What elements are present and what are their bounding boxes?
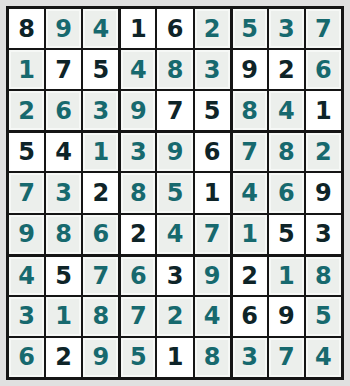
cell-r3c7[interactable]: 8	[232, 91, 267, 130]
cell-r6c9[interactable]: 3	[306, 215, 341, 254]
cell-r1c3[interactable]: 4	[83, 9, 118, 48]
cell-r5c3[interactable]: 2	[83, 173, 118, 212]
cell-r2c7[interactable]: 9	[232, 50, 267, 89]
cell-r9c6[interactable]: 8	[195, 338, 230, 377]
cell-r7c4[interactable]: 6	[120, 256, 155, 295]
cell-r5c9[interactable]: 9	[306, 173, 341, 212]
cell-r5c6[interactable]: 1	[195, 173, 230, 212]
cell-r8c2[interactable]: 1	[46, 297, 81, 336]
cell-r2c9[interactable]: 6	[306, 50, 341, 89]
cell-r6c4[interactable]: 2	[120, 215, 155, 254]
cell-r2c2[interactable]: 7	[46, 50, 81, 89]
cell-r2c8[interactable]: 2	[269, 50, 304, 89]
cell-r8c1[interactable]: 3	[9, 297, 44, 336]
cell-r4c2[interactable]: 4	[46, 132, 81, 171]
cell-r9c7[interactable]: 3	[232, 338, 267, 377]
cell-r4c9[interactable]: 2	[306, 132, 341, 171]
cell-r6c3[interactable]: 6	[83, 215, 118, 254]
cell-r9c9[interactable]: 4	[306, 338, 341, 377]
cell-r5c7[interactable]: 4	[232, 173, 267, 212]
cell-r3c3[interactable]: 3	[83, 91, 118, 130]
cell-r6c7[interactable]: 1	[232, 215, 267, 254]
cell-r3c2[interactable]: 6	[46, 91, 81, 130]
cell-r1c9[interactable]: 7	[306, 9, 341, 48]
cell-r8c6[interactable]: 4	[195, 297, 230, 336]
cell-r7c9[interactable]: 8	[306, 256, 341, 295]
cell-r5c4[interactable]: 8	[120, 173, 155, 212]
cell-r3c4[interactable]: 9	[120, 91, 155, 130]
cell-r4c7[interactable]: 7	[232, 132, 267, 171]
cell-r5c5[interactable]: 5	[157, 173, 192, 212]
cell-r3c6[interactable]: 5	[195, 91, 230, 130]
cell-r1c1[interactable]: 8	[9, 9, 44, 48]
cell-r1c2[interactable]: 9	[46, 9, 81, 48]
cell-r3c8[interactable]: 4	[269, 91, 304, 130]
cell-r4c1[interactable]: 5	[9, 132, 44, 171]
cell-r1c6[interactable]: 2	[195, 9, 230, 48]
cell-r7c1[interactable]: 4	[9, 256, 44, 295]
cell-r1c5[interactable]: 6	[157, 9, 192, 48]
cell-r9c3[interactable]: 9	[83, 338, 118, 377]
cell-r6c8[interactable]: 5	[269, 215, 304, 254]
cell-r7c8[interactable]: 1	[269, 256, 304, 295]
cell-r7c7[interactable]: 2	[232, 256, 267, 295]
cell-r8c4[interactable]: 7	[120, 297, 155, 336]
cell-r6c2[interactable]: 8	[46, 215, 81, 254]
cell-r9c2[interactable]: 2	[46, 338, 81, 377]
cell-r6c6[interactable]: 7	[195, 215, 230, 254]
cell-r5c2[interactable]: 3	[46, 173, 81, 212]
cell-r5c1[interactable]: 7	[9, 173, 44, 212]
cell-r8c9[interactable]: 5	[306, 297, 341, 336]
cell-r1c7[interactable]: 5	[232, 9, 267, 48]
cell-r3c5[interactable]: 7	[157, 91, 192, 130]
cell-r4c4[interactable]: 3	[120, 132, 155, 171]
cell-r7c5[interactable]: 3	[157, 256, 192, 295]
cell-r2c5[interactable]: 8	[157, 50, 192, 89]
cell-r3c9[interactable]: 1	[306, 91, 341, 130]
cell-r2c6[interactable]: 3	[195, 50, 230, 89]
cell-r3c1[interactable]: 2	[9, 91, 44, 130]
cell-r1c4[interactable]: 1	[120, 9, 155, 48]
cell-r8c3[interactable]: 8	[83, 297, 118, 336]
cell-r4c6[interactable]: 6	[195, 132, 230, 171]
cell-r2c4[interactable]: 4	[120, 50, 155, 89]
sudoku-board: 8941625371754839262639758415413967827328…	[6, 6, 344, 380]
cell-r2c1[interactable]: 1	[9, 50, 44, 89]
cell-r7c3[interactable]: 7	[83, 256, 118, 295]
cell-r6c1[interactable]: 9	[9, 215, 44, 254]
cell-r7c6[interactable]: 9	[195, 256, 230, 295]
cell-r1c8[interactable]: 3	[269, 9, 304, 48]
cell-r8c5[interactable]: 2	[157, 297, 192, 336]
cell-r9c5[interactable]: 1	[157, 338, 192, 377]
cell-r9c1[interactable]: 6	[9, 338, 44, 377]
cell-r4c5[interactable]: 9	[157, 132, 192, 171]
cell-r9c4[interactable]: 5	[120, 338, 155, 377]
cell-r7c2[interactable]: 5	[46, 256, 81, 295]
cell-r9c8[interactable]: 7	[269, 338, 304, 377]
cell-r6c5[interactable]: 4	[157, 215, 192, 254]
cell-r5c8[interactable]: 6	[269, 173, 304, 212]
cell-r4c8[interactable]: 8	[269, 132, 304, 171]
cell-r8c8[interactable]: 9	[269, 297, 304, 336]
cell-r2c3[interactable]: 5	[83, 50, 118, 89]
cell-r4c3[interactable]: 1	[83, 132, 118, 171]
cell-r8c7[interactable]: 6	[232, 297, 267, 336]
